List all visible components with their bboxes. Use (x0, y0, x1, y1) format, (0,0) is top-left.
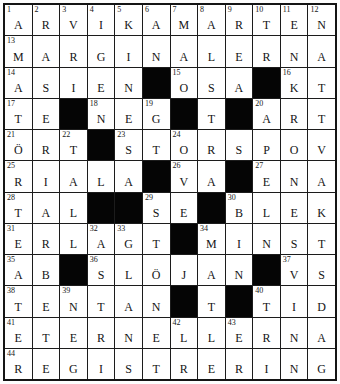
letter-cell[interactable]: 2R (33, 5, 60, 35)
clue-number: 14 (7, 68, 15, 77)
letter-cell[interactable]: 37V (281, 255, 308, 285)
letter-cell[interactable]: A (198, 161, 225, 191)
letter-cell[interactable]: 22T (60, 130, 87, 160)
letter-cell[interactable]: S (226, 130, 253, 160)
letter-cell[interactable]: 6A (143, 5, 170, 35)
letter-cell[interactable]: A (115, 286, 142, 316)
cell-letter: I (115, 51, 142, 63)
letter-cell[interactable]: 13M (5, 36, 32, 66)
letter-cell[interactable]: L (253, 193, 280, 223)
letter-cell[interactable]: 30B (226, 193, 253, 223)
letter-cell[interactable]: 20A (253, 99, 280, 129)
cell-letter: Ö (143, 269, 170, 281)
cell-letter: A (171, 51, 198, 63)
letter-cell[interactable]: N (253, 224, 280, 254)
cell-letter: N (60, 301, 87, 313)
cell-letter: R (33, 19, 60, 31)
clue-number: 25 (7, 161, 15, 170)
cell-letter: R (88, 332, 115, 344)
letter-cell[interactable]: P (253, 130, 280, 160)
cell-letter: N (281, 363, 308, 375)
letter-cell[interactable]: 3V (60, 5, 87, 35)
letter-cell[interactable]: N (281, 349, 308, 379)
letter-cell[interactable]: S (33, 68, 60, 98)
letter-cell[interactable]: 12N (308, 5, 335, 35)
letter-cell[interactable]: 23S (115, 130, 142, 160)
block-cell (143, 68, 170, 98)
clue-number: 8 (200, 5, 204, 14)
cell-letter: D (308, 301, 335, 313)
letter-cell[interactable]: A (115, 161, 142, 191)
letter-cell[interactable]: 17T (5, 99, 32, 129)
cell-letter: I (88, 19, 115, 31)
cell-letter: L (198, 51, 225, 63)
cell-letter: T (308, 113, 335, 125)
cell-letter: S (226, 144, 253, 156)
cell-letter: O (281, 144, 308, 156)
cell-letter: T (143, 238, 170, 250)
cell-letter: L (198, 332, 225, 344)
letter-cell[interactable]: R (226, 349, 253, 379)
letter-cell[interactable]: T (33, 318, 60, 348)
cell-letter: I (60, 82, 87, 94)
cell-letter: S (308, 269, 335, 281)
cell-letter: V (308, 144, 335, 156)
cell-letter: K (281, 82, 308, 94)
letter-cell[interactable]: A (60, 161, 87, 191)
cell-letter: I (253, 363, 280, 375)
letter-cell[interactable]: R (88, 318, 115, 348)
clue-number: 28 (7, 193, 15, 202)
block-cell (171, 286, 198, 316)
letter-cell[interactable]: T (308, 99, 335, 129)
clue-number: 20 (255, 99, 263, 108)
letter-cell[interactable]: I (88, 349, 115, 379)
cell-letter: E (115, 113, 142, 125)
letter-cell[interactable]: S (281, 224, 308, 254)
cell-letter: S (281, 238, 308, 250)
cell-letter: O (171, 82, 198, 94)
cell-letter: V (171, 176, 198, 188)
cell-letter: A (143, 19, 170, 31)
letter-cell[interactable]: R (281, 99, 308, 129)
cell-letter: N (115, 82, 142, 94)
cell-letter: I (226, 238, 253, 250)
letter-cell[interactable]: A (198, 255, 225, 285)
clue-number: 27 (255, 161, 263, 170)
letter-cell[interactable]: E (115, 99, 142, 129)
clue-number: 37 (283, 255, 291, 264)
letter-cell[interactable]: 16K (281, 68, 308, 98)
letter-cell[interactable]: A (308, 36, 335, 66)
letter-cell[interactable]: N (115, 318, 142, 348)
block-cell (226, 99, 253, 129)
cell-letter: L (253, 207, 280, 219)
letter-cell[interactable]: G (60, 349, 87, 379)
cell-letter: S (33, 82, 60, 94)
cell-letter: R (226, 363, 253, 375)
letter-cell[interactable]: 24O (171, 130, 198, 160)
letter-cell[interactable]: 34M (198, 224, 225, 254)
clue-number: 23 (117, 130, 125, 139)
letter-cell[interactable]: 36S (88, 255, 115, 285)
cell-letter: E (171, 207, 198, 219)
cell-letter: R (5, 176, 32, 188)
letter-cell[interactable]: T (143, 130, 170, 160)
cell-letter: M (5, 51, 32, 63)
cell-letter: N (226, 269, 253, 281)
clue-number: 35 (7, 255, 15, 264)
cell-letter: T (198, 113, 225, 125)
cell-letter: E (88, 82, 115, 94)
cell-letter: B (226, 207, 253, 219)
cell-letter: L (115, 269, 142, 281)
letter-cell[interactable]: A (308, 161, 335, 191)
cell-letter: R (198, 144, 225, 156)
letter-cell[interactable]: S (308, 255, 335, 285)
block-cell (253, 68, 280, 98)
letter-cell[interactable]: N (281, 318, 308, 348)
cell-letter: E (5, 332, 32, 344)
letter-cell[interactable]: O (281, 130, 308, 160)
cell-letter: R (253, 51, 280, 63)
cell-letter: L (60, 207, 87, 219)
letter-cell[interactable]: L (88, 161, 115, 191)
letter-cell[interactable]: I (33, 161, 60, 191)
cell-letter: E (226, 332, 253, 344)
letter-cell[interactable]: A (226, 68, 253, 98)
letter-cell[interactable]: 44R (5, 349, 32, 379)
letter-cell[interactable]: 15O (171, 68, 198, 98)
block-cell (88, 130, 115, 160)
cell-letter: Ö (5, 144, 32, 156)
letter-cell[interactable]: 21Ö (5, 130, 32, 160)
clue-number: 16 (283, 68, 291, 77)
letter-cell[interactable]: G (308, 349, 335, 379)
letter-cell[interactable]: G (88, 36, 115, 66)
letter-cell[interactable]: 28T (5, 193, 32, 223)
cell-letter: E (226, 51, 253, 63)
letter-cell[interactable]: 31E (5, 224, 32, 254)
letter-cell[interactable]: E (33, 99, 60, 129)
cell-letter: N (281, 332, 308, 344)
cell-letter: T (143, 144, 170, 156)
letter-cell[interactable]: E (171, 193, 198, 223)
letter-cell[interactable]: 39N (60, 286, 87, 316)
cell-letter: N (281, 51, 308, 63)
cell-letter: T (308, 238, 335, 250)
cell-letter: L (60, 238, 87, 250)
cell-letter: N (143, 51, 170, 63)
clue-number: 34 (200, 224, 208, 233)
cell-letter: R (281, 113, 308, 125)
cell-letter: S (115, 363, 142, 375)
clue-number: 31 (7, 224, 15, 233)
clue-number: 30 (228, 193, 236, 202)
letter-cell[interactable]: 11E (281, 5, 308, 35)
clue-number: 13 (7, 36, 15, 45)
letter-cell[interactable]: S (115, 349, 142, 379)
letter-cell[interactable]: I (60, 68, 87, 98)
letter-cell[interactable]: A (33, 36, 60, 66)
clue-number: 6 (145, 5, 149, 14)
cell-letter: A (198, 19, 225, 31)
block-cell (253, 255, 280, 285)
clue-number: 17 (7, 99, 15, 108)
block-cell (115, 193, 142, 223)
cell-letter: E (281, 207, 308, 219)
cell-letter: G (88, 51, 115, 63)
cell-letter: S (198, 82, 225, 94)
clue-number: 41 (7, 318, 15, 327)
letter-cell[interactable]: E (88, 68, 115, 98)
cell-letter: T (198, 301, 225, 313)
letter-cell[interactable]: I (226, 224, 253, 254)
letter-cell[interactable]: N (226, 255, 253, 285)
cell-letter: J (171, 269, 198, 281)
cell-letter: B (33, 269, 60, 281)
cell-letter: T (253, 19, 280, 31)
letter-cell[interactable]: 43E (226, 318, 253, 348)
clue-number: 38 (7, 286, 15, 295)
clue-number: 10 (255, 5, 263, 14)
clue-number: 11 (283, 5, 291, 14)
cell-letter: A (88, 238, 115, 250)
letter-cell[interactable]: 26V (171, 161, 198, 191)
cell-letter: V (281, 269, 308, 281)
letter-cell[interactable]: 27E (253, 161, 280, 191)
cell-letter: A (5, 269, 32, 281)
cell-letter: S (143, 207, 170, 219)
letter-cell[interactable]: R (253, 318, 280, 348)
letter-cell[interactable]: L (60, 193, 87, 223)
clue-number: 9 (228, 5, 232, 14)
letter-cell[interactable]: R (171, 349, 198, 379)
letter-cell[interactable]: N (143, 286, 170, 316)
cell-letter: V (60, 19, 87, 31)
cell-letter: A (33, 51, 60, 63)
letter-cell[interactable]: T (198, 286, 225, 316)
cell-letter: M (171, 19, 198, 31)
cell-letter: T (253, 301, 280, 313)
cell-letter: T (308, 82, 335, 94)
clue-number: 26 (173, 161, 181, 170)
cell-letter: A (115, 176, 142, 188)
clue-number: 7 (173, 5, 177, 14)
cell-letter: L (171, 332, 198, 344)
cell-letter: A (60, 176, 87, 188)
cell-letter: T (5, 301, 32, 313)
cell-letter: N (253, 238, 280, 250)
cell-letter: E (281, 19, 308, 31)
letter-cell[interactable]: B (33, 255, 60, 285)
letter-cell[interactable]: N (281, 36, 308, 66)
cell-letter: A (5, 82, 32, 94)
cell-letter: E (198, 363, 225, 375)
cell-letter: E (60, 332, 87, 344)
cell-letter: I (33, 176, 60, 188)
block-cell (198, 193, 225, 223)
cell-letter: G (115, 238, 142, 250)
block-cell (143, 161, 170, 191)
letter-cell[interactable]: E (143, 318, 170, 348)
letter-cell[interactable]: 7M (171, 5, 198, 35)
block-cell (88, 193, 115, 223)
cell-letter: S (88, 269, 115, 281)
cell-letter: L (88, 176, 115, 188)
letter-cell[interactable]: T (198, 99, 225, 129)
letter-cell[interactable]: T (308, 68, 335, 98)
letter-cell[interactable]: R (60, 36, 87, 66)
letter-cell[interactable]: T (143, 349, 170, 379)
crossword-board: 1A2R3V4I5K6A7M8A9R10T11E12N13MARGINALERN… (3, 3, 337, 381)
letter-cell[interactable]: 40T (253, 286, 280, 316)
clue-number: 22 (62, 130, 70, 139)
cell-letter: T (33, 332, 60, 344)
block-cell (60, 99, 87, 129)
letter-cell[interactable]: L (60, 224, 87, 254)
cell-letter: A (253, 113, 280, 125)
letter-cell[interactable]: R (253, 36, 280, 66)
clue-number: 44 (7, 349, 15, 358)
cell-letter: N (88, 113, 115, 125)
cell-letter: R (5, 363, 32, 375)
letter-cell[interactable]: A (308, 318, 335, 348)
cell-letter: R (33, 238, 60, 250)
cell-letter: T (143, 363, 170, 375)
cell-letter: E (5, 238, 32, 250)
letter-cell[interactable]: E (198, 349, 225, 379)
letter-cell[interactable]: T (88, 286, 115, 316)
cell-letter: A (198, 176, 225, 188)
letter-cell[interactable]: I (281, 286, 308, 316)
cell-letter: A (308, 176, 335, 188)
clue-number: 15 (173, 68, 181, 77)
block-cell (171, 224, 198, 254)
block-cell (171, 99, 198, 129)
block-cell (60, 255, 87, 285)
clue-number: 40 (255, 286, 263, 295)
letter-cell[interactable]: D (308, 286, 335, 316)
letter-cell[interactable]: E (60, 318, 87, 348)
clue-number: 42 (173, 318, 181, 327)
letter-cell[interactable]: 9R (226, 5, 253, 35)
cell-letter: G (308, 363, 335, 375)
letter-cell[interactable]: 8A (198, 5, 225, 35)
letter-cell[interactable]: N (281, 161, 308, 191)
letter-cell[interactable]: 4I (88, 5, 115, 35)
letter-cell[interactable]: 25R (5, 161, 32, 191)
clue-number: 43 (228, 318, 236, 327)
cell-letter: A (115, 301, 142, 313)
cell-letter: E (33, 301, 60, 313)
cell-letter: E (143, 332, 170, 344)
cell-letter: R (33, 144, 60, 156)
letter-cell[interactable]: V (308, 130, 335, 160)
crossword-page: 1A2R3V4I5K6A7M8A9R10T11E12N13MARGINALERN… (0, 0, 340, 384)
letter-cell[interactable]: 35A (5, 255, 32, 285)
letter-cell[interactable]: A (171, 36, 198, 66)
letter-cell[interactable]: K (308, 193, 335, 223)
cell-letter: N (281, 176, 308, 188)
cell-letter: E (33, 363, 60, 375)
letter-cell[interactable]: N (143, 36, 170, 66)
letter-cell[interactable]: L (115, 255, 142, 285)
letter-cell[interactable]: S (198, 68, 225, 98)
clue-number: 19 (145, 99, 153, 108)
clue-number: 36 (90, 255, 98, 264)
letter-cell[interactable]: R (33, 224, 60, 254)
letter-cell[interactable]: E (226, 36, 253, 66)
clue-number: 5 (117, 5, 121, 14)
cell-letter: R (253, 332, 280, 344)
letter-cell[interactable]: 33G (115, 224, 142, 254)
cell-letter: P (253, 144, 280, 156)
letter-cell[interactable]: 1A (5, 5, 32, 35)
clue-number: 32 (90, 224, 98, 233)
letter-cell[interactable]: I (115, 36, 142, 66)
letter-cell[interactable]: T (308, 224, 335, 254)
letter-cell[interactable]: N (115, 68, 142, 98)
letter-cell[interactable]: A (33, 193, 60, 223)
letter-cell[interactable]: 18N (88, 99, 115, 129)
letter-cell[interactable]: E (281, 193, 308, 223)
letter-cell[interactable]: 38T (5, 286, 32, 316)
cell-letter: N (308, 19, 335, 31)
cell-letter: N (115, 332, 142, 344)
clue-number: 24 (173, 130, 181, 139)
letter-cell[interactable]: 42L (171, 318, 198, 348)
clue-number: 3 (62, 5, 66, 14)
cell-letter: A (5, 19, 32, 31)
letter-cell[interactable]: I (253, 349, 280, 379)
cell-letter: I (281, 301, 308, 313)
cell-letter: T (5, 207, 32, 219)
letter-cell[interactable]: 10T (253, 5, 280, 35)
clue-number: 2 (35, 5, 39, 14)
block-cell (226, 161, 253, 191)
letter-cell[interactable]: 41E (5, 318, 32, 348)
letter-cell[interactable]: 29S (143, 193, 170, 223)
letter-cell[interactable]: R (33, 130, 60, 160)
cell-letter: R (60, 51, 87, 63)
cell-letter: A (226, 82, 253, 94)
clue-number: 18 (90, 99, 98, 108)
cell-letter: A (33, 207, 60, 219)
cell-letter: T (5, 113, 32, 125)
letter-cell[interactable]: 5K (115, 5, 142, 35)
clue-number: 33 (117, 224, 125, 233)
letter-cell[interactable]: Ö (143, 255, 170, 285)
cell-letter: M (198, 238, 225, 250)
letter-cell[interactable]: T (143, 224, 170, 254)
letter-cell[interactable]: E (33, 286, 60, 316)
letter-cell[interactable]: 14A (5, 68, 32, 98)
letter-cell[interactable]: L (198, 318, 225, 348)
letter-cell[interactable]: 32A (88, 224, 115, 254)
block-cell (226, 286, 253, 316)
cell-letter: I (88, 363, 115, 375)
cell-letter: R (171, 363, 198, 375)
clue-number: 12 (310, 5, 318, 14)
letter-cell[interactable]: 19G (143, 99, 170, 129)
letter-cell[interactable]: E (33, 349, 60, 379)
letter-cell[interactable]: J (171, 255, 198, 285)
clue-number: 21 (7, 130, 15, 139)
cell-letter: K (308, 207, 335, 219)
letter-cell[interactable]: L (198, 36, 225, 66)
letter-cell[interactable]: R (198, 130, 225, 160)
